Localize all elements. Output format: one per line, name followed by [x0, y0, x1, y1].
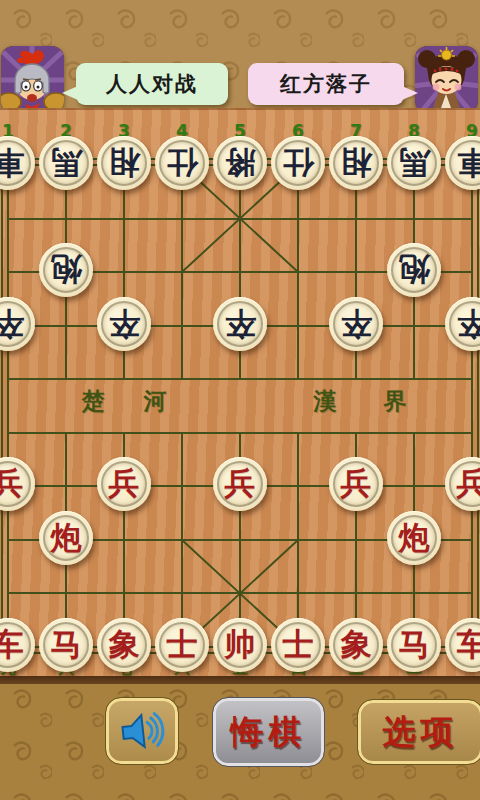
piece-glyph: 馬 [399, 147, 430, 178]
piece-glyph: 士 [167, 629, 198, 660]
piece-red-兵-f5r7[interactable]: 兵 [213, 457, 267, 511]
piece-black-仕-f6r1[interactable]: 仕 [271, 136, 325, 190]
piece-glyph: 兵 [109, 468, 140, 499]
piece-glyph: 兵 [341, 468, 372, 499]
piece-red-帅-f5r10[interactable]: 帅 [213, 618, 267, 672]
piece-red-士-f6r10[interactable]: 士 [271, 618, 325, 672]
piece-red-象-f3r10[interactable]: 象 [97, 618, 151, 672]
river-text: 界 [382, 386, 408, 417]
left-player-avatar[interactable] [1, 46, 64, 113]
turn-indicator-label: 红方落子 [280, 70, 372, 98]
game-mode-bubble: 人人对战 [76, 63, 228, 105]
piece-glyph: 卒 [225, 308, 256, 339]
piece-black-馬-f8r1[interactable]: 馬 [387, 136, 441, 190]
piece-glyph: 仕 [167, 147, 198, 178]
river-text: 河 [142, 386, 168, 417]
undo-move-label: 悔棋 [231, 710, 307, 755]
piece-glyph: 象 [109, 629, 140, 660]
piece-glyph: 相 [109, 147, 140, 178]
piece-red-炮-f2r8[interactable]: 炮 [39, 511, 93, 565]
piece-black-相-f7r1[interactable]: 相 [329, 136, 383, 190]
turn-indicator-bubble: 红方落子 [248, 63, 404, 105]
river-text: 漢 [312, 386, 338, 417]
piece-glyph: 象 [341, 629, 372, 660]
sound-button[interactable] [106, 698, 178, 764]
piece-glyph: 马 [51, 629, 82, 660]
piece-black-馬-f2r1[interactable]: 馬 [39, 136, 93, 190]
right-player-avatar[interactable] [415, 46, 478, 113]
piece-red-士-f4r10[interactable]: 士 [155, 618, 209, 672]
piece-red-象-f7r10[interactable]: 象 [329, 618, 383, 672]
piece-glyph: 車 [457, 147, 480, 178]
options-button[interactable]: 选项 [358, 700, 480, 764]
piece-glyph: 兵 [0, 468, 24, 499]
piece-red-兵-f7r7[interactable]: 兵 [329, 457, 383, 511]
piece-black-將-f5r1[interactable]: 將 [213, 136, 267, 190]
piece-glyph: 兵 [457, 468, 480, 499]
game-mode-label: 人人对战 [106, 70, 198, 98]
game-screen: 人人对战 红方落子 悔棋 选项 123456789九八七六五四三二一楚河漢界車馬… [0, 0, 480, 800]
piece-black-炮-f2r3[interactable]: 炮 [39, 243, 93, 297]
piece-glyph: 士 [283, 629, 314, 660]
piece-glyph: 炮 [51, 254, 82, 285]
piece-red-炮-f8r8[interactable]: 炮 [387, 511, 441, 565]
xiangqi-board[interactable] [0, 108, 480, 678]
piece-glyph: 馬 [51, 147, 82, 178]
knight-avatar-icon [1, 46, 64, 113]
piece-black-卒-f3r4[interactable]: 卒 [97, 297, 151, 351]
piece-black-仕-f4r1[interactable]: 仕 [155, 136, 209, 190]
river-text: 楚 [80, 386, 106, 417]
board-grid [0, 110, 480, 678]
piece-black-炮-f8r3[interactable]: 炮 [387, 243, 441, 297]
piece-red-马-f8r10[interactable]: 马 [387, 618, 441, 672]
piece-red-马-f2r10[interactable]: 马 [39, 618, 93, 672]
piece-glyph: 炮 [399, 522, 430, 553]
options-label: 选项 [383, 710, 459, 755]
piece-glyph: 炮 [399, 254, 430, 285]
piece-glyph: 车 [457, 629, 480, 660]
piece-red-兵-f3r7[interactable]: 兵 [97, 457, 151, 511]
bubble-tail [62, 86, 78, 100]
piece-glyph: 马 [399, 629, 430, 660]
piece-glyph: 车 [0, 629, 24, 660]
piece-glyph: 炮 [51, 522, 82, 553]
piece-glyph: 卒 [341, 308, 372, 339]
lady-avatar-icon [415, 46, 478, 113]
piece-glyph: 卒 [109, 308, 140, 339]
piece-black-卒-f5r4[interactable]: 卒 [213, 297, 267, 351]
undo-move-button[interactable]: 悔棋 [213, 698, 324, 766]
speaker-icon [117, 708, 167, 755]
piece-glyph: 兵 [225, 468, 256, 499]
piece-glyph: 帅 [225, 629, 256, 660]
piece-glyph: 卒 [457, 308, 480, 339]
piece-glyph: 相 [341, 147, 372, 178]
piece-glyph: 卒 [0, 308, 24, 339]
piece-glyph: 將 [225, 147, 256, 178]
piece-glyph: 仕 [283, 147, 314, 178]
piece-black-相-f3r1[interactable]: 相 [97, 136, 151, 190]
piece-glyph: 車 [0, 147, 24, 178]
piece-black-卒-f7r4[interactable]: 卒 [329, 297, 383, 351]
bubble-tail [402, 86, 418, 100]
